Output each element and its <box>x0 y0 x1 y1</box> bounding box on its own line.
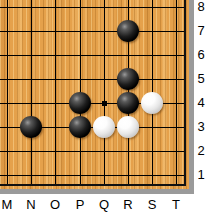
grid-line-row-8 <box>0 7 184 8</box>
white-stone-Q3 <box>93 116 115 138</box>
black-stone-R7 <box>117 20 139 42</box>
row-label-4: 4 <box>193 95 209 111</box>
row-label-2: 2 <box>193 143 209 159</box>
column-label-S: S <box>144 197 160 212</box>
black-stone-R4 <box>117 92 139 114</box>
go-board-panel: 87654321 MNOPQRST <box>0 0 212 212</box>
grid-line-col-O <box>55 0 56 184</box>
row-label-6: 6 <box>193 47 209 63</box>
column-coordinate-labels: MNOPQRST <box>0 194 212 212</box>
board-edge-line-right <box>184 0 186 186</box>
column-label-O: O <box>47 197 63 212</box>
column-label-N: N <box>23 197 39 212</box>
row-label-3: 3 <box>193 119 209 135</box>
grid-line-col-N <box>31 0 32 184</box>
black-stone-R5 <box>117 68 139 90</box>
black-stone-P4 <box>69 92 91 114</box>
column-label-P: P <box>72 197 88 212</box>
row-label-7: 7 <box>193 23 209 39</box>
grid-line-row-6 <box>0 55 184 56</box>
column-label-T: T <box>168 197 184 212</box>
row-label-5: 5 <box>193 71 209 87</box>
row-label-8: 8 <box>193 0 209 15</box>
go-board[interactable] <box>0 0 189 189</box>
column-label-Q: Q <box>96 197 112 212</box>
grid-line-row-5 <box>0 79 184 80</box>
grid-line-col-Q <box>104 0 105 184</box>
white-stone-S4 <box>141 92 163 114</box>
column-label-R: R <box>120 197 136 212</box>
grid-line-row-1 <box>0 175 184 176</box>
grid-line-col-T <box>176 0 177 184</box>
board-edge-line-bottom <box>0 184 186 186</box>
white-stone-R3 <box>117 116 139 138</box>
row-coordinate-labels: 87654321 <box>194 0 212 194</box>
black-stone-P3 <box>69 116 91 138</box>
grid-line-col-M <box>7 0 8 184</box>
grid-line-row-7 <box>0 31 184 32</box>
grid-line-row-2 <box>0 151 184 152</box>
black-stone-N3 <box>20 116 42 138</box>
star-point-Q4 <box>102 101 107 106</box>
row-label-1: 1 <box>193 167 209 183</box>
column-label-M: M <box>0 197 15 212</box>
